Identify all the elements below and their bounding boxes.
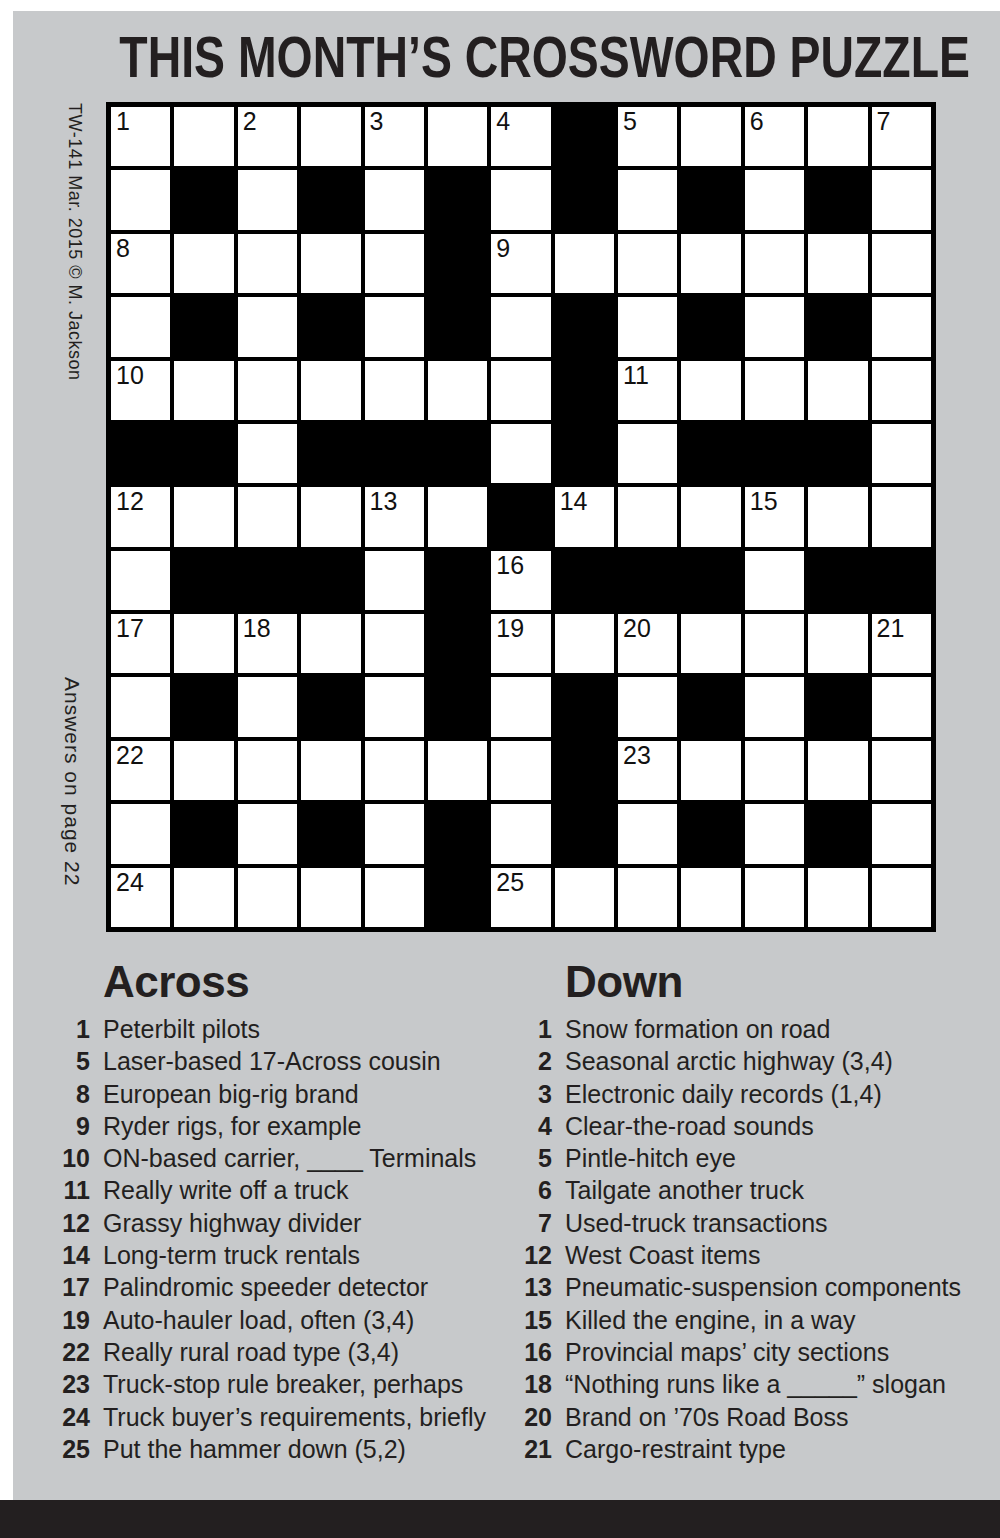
clue-number: 21 [518,1433,552,1465]
grid-cell-r4c4 [301,297,360,356]
cell-number-11: 11 [623,363,649,388]
grid-cell-r12c13[interactable] [872,804,931,863]
clue-number: 3 [518,1078,552,1110]
grid-cell-r8c1[interactable] [111,551,170,610]
clue-number: 7 [518,1207,552,1239]
cell-number-18: 18 [243,616,271,641]
clue-number: 16 [518,1336,552,1368]
grid-cell-r13c1[interactable]: 24 [111,868,170,927]
grid-cell-r3c1[interactable]: 8 [111,234,170,293]
grid-cell-r7c6[interactable] [428,487,487,546]
grid-cell-r5c6[interactable] [428,361,487,420]
grid-cell-r4c2 [174,297,233,356]
grid-cell-r10c2 [174,677,233,736]
clue-text: ON-based carrier, ____ Terminals [103,1142,526,1174]
clue-text: Pintle-hitch eye [565,1142,988,1174]
grid-cell-r1c4[interactable] [301,107,360,166]
grid-cell-r7c10[interactable] [681,487,740,546]
grid-cell-r12c4 [301,804,360,863]
answers-note-vertical: Answers on page 22 [61,677,84,886]
cell-number-23: 23 [623,743,651,768]
clue-across-24: 24Truck buyer’s requirements, briefly [56,1401,526,1433]
clue-number: 5 [518,1142,552,1174]
grid-cell-r7c11[interactable]: 15 [745,487,804,546]
cell-number-20: 20 [623,616,651,641]
cell-number-17: 17 [116,616,144,641]
clue-text: Cargo-restraint type [565,1433,988,1465]
grid-cell-r5c2[interactable] [174,361,233,420]
grid-cell-r13c2[interactable] [174,868,233,927]
clue-number: 13 [518,1271,552,1303]
clue-down-13: 13Pneumatic-suspension components [518,1271,988,1303]
cell-number-15: 15 [750,489,778,514]
clue-number: 12 [56,1207,90,1239]
clue-text: Killed the engine, in a way [565,1304,988,1336]
clue-text: Grassy highway divider [103,1207,526,1239]
grid-cell-r2c11[interactable] [745,170,804,229]
clue-text: Electronic daily records (1,4) [565,1078,988,1110]
grid-cell-r5c7[interactable] [491,361,550,420]
grid-cell-r13c4[interactable] [301,868,360,927]
clue-text: Pneumatic-suspension components [565,1271,988,1303]
grid-cell-r10c7[interactable] [491,677,550,736]
grid-cell-r13c9[interactable] [618,868,677,927]
cell-number-7: 7 [877,109,891,134]
clue-across-10: 10ON-based carrier, ____ Terminals [56,1142,526,1174]
cell-number-12: 12 [116,489,144,514]
grid-cell-r8c6 [428,551,487,610]
grid-cell-r5c10[interactable] [681,361,740,420]
grid-cell-r7c13[interactable] [872,487,931,546]
clue-across-14: 14Long-term truck rentals [56,1239,526,1271]
clue-across-17: 17Palindromic speeder detector [56,1271,526,1303]
grid-cell-r6c11 [745,424,804,483]
grid-cell-r4c1[interactable] [111,297,170,356]
grid-cell-r3c11[interactable] [745,234,804,293]
cell-number-8: 8 [116,236,130,261]
grid-cell-r3c8[interactable] [555,234,614,293]
clue-text: Used-truck transactions [565,1207,988,1239]
clue-number: 23 [56,1368,90,1400]
grid-cell-r2c8 [555,170,614,229]
clue-text: “Nothing runs like a _____” slogan [565,1368,988,1400]
grid-cell-r10c11[interactable] [745,677,804,736]
clue-down-3: 3Electronic daily records (1,4) [518,1078,988,1110]
cell-number-9: 9 [496,236,510,261]
clue-number: 1 [518,1013,552,1045]
clue-down-20: 20Brand on ’70s Road Boss [518,1401,988,1433]
down-clue-list: 1Snow formation on road2Seasonal arctic … [518,1013,988,1465]
clue-text: Clear-the-road sounds [565,1110,988,1142]
grid-cell-r13c11[interactable] [745,868,804,927]
grid-cell-r7c12[interactable] [808,487,867,546]
grid-cell-r9c13[interactable]: 21 [872,614,931,673]
grid-cell-r7c7 [491,487,550,546]
grid-cell-r12c3[interactable] [238,804,297,863]
across-clues-column: Across 1Peterbilt pilots5Laser-based 17-… [56,960,526,1465]
grid-cell-r6c13[interactable] [872,424,931,483]
grid-cell-r5c3[interactable] [238,361,297,420]
grid-cell-r11c3[interactable] [238,741,297,800]
grid-cell-r8c7[interactable]: 16 [491,551,550,610]
clue-number: 20 [518,1401,552,1433]
grid-cell-r9c9[interactable]: 20 [618,614,677,673]
grid-cell-r13c12[interactable] [808,868,867,927]
clue-text: Truck buyer’s requirements, briefly [103,1401,526,1433]
grid-cell-r11c7[interactable] [491,741,550,800]
grid-cell-r13c7[interactable]: 25 [491,868,550,927]
grid-cell-r13c3[interactable] [238,868,297,927]
clue-number: 25 [56,1433,90,1465]
grid-cell-r11c9[interactable]: 23 [618,741,677,800]
grid-cell-r1c13[interactable]: 7 [872,107,931,166]
clue-down-1: 1Snow formation on road [518,1013,988,1045]
grid-cell-r4c6 [428,297,487,356]
grid-cell-r2c13[interactable] [872,170,931,229]
clue-number: 6 [518,1174,552,1206]
grid-cell-r4c13[interactable] [872,297,931,356]
grid-cell-r5c13[interactable] [872,361,931,420]
across-clue-list: 1Peterbilt pilots5Laser-based 17-Across … [56,1013,526,1465]
grid-cell-r11c12[interactable] [808,741,867,800]
grid-cell-r11c5[interactable] [365,741,424,800]
grid-cell-r9c12[interactable] [808,614,867,673]
clue-across-19: 19Auto-hauler load, often (3,4) [56,1304,526,1336]
cell-number-1: 1 [116,109,130,134]
clue-number: 10 [56,1142,90,1174]
grid-cell-r3c9[interactable] [618,234,677,293]
grid-cell-r8c12 [808,551,867,610]
grid-cell-r6c9[interactable] [618,424,677,483]
grid-cell-r6c6 [428,424,487,483]
grid-cell-r4c11[interactable] [745,297,804,356]
grid-cell-r6c2 [174,424,233,483]
cell-number-13: 13 [370,489,398,514]
clue-across-5: 5Laser-based 17-Across cousin [56,1045,526,1077]
grid-cell-r9c7[interactable]: 19 [491,614,550,673]
grid-cell-r6c1 [111,424,170,483]
grid-cell-r11c1[interactable]: 22 [111,741,170,800]
grid-cell-r5c8 [555,361,614,420]
grid-cell-r1c8 [555,107,614,166]
puzzle-panel: THIS MONTH’S CROSSWORD PUZZLE TW-141 Mar… [13,11,1000,1500]
clue-number: 11 [56,1174,90,1206]
grid-cell-r1c11[interactable]: 6 [745,107,804,166]
grid-cell-r7c9[interactable] [618,487,677,546]
grid-cell-r3c12[interactable] [808,234,867,293]
grid-cell-r9c10[interactable] [681,614,740,673]
clue-down-21: 21Cargo-restraint type [518,1433,988,1465]
grid-cell-r11c4[interactable] [301,741,360,800]
clue-text: Palindromic speeder detector [103,1271,526,1303]
clue-across-1: 1Peterbilt pilots [56,1013,526,1045]
clue-down-6: 6Tailgate another truck [518,1174,988,1206]
grid-cell-r5c1[interactable]: 10 [111,361,170,420]
grid-cell-r12c10 [681,804,740,863]
grid-cell-r4c3[interactable] [238,297,297,356]
grid-cell-r2c12 [808,170,867,229]
grid-cell-r11c6[interactable] [428,741,487,800]
grid-cell-r12c9[interactable] [618,804,677,863]
grid-cell-r11c10[interactable] [681,741,740,800]
grid-cell-r1c3[interactable]: 2 [238,107,297,166]
grid-cell-r12c5[interactable] [365,804,424,863]
clue-text: Tailgate another truck [565,1174,988,1206]
grid-cell-r1c9[interactable]: 5 [618,107,677,166]
clue-text: Put the hammer down (5,2) [103,1433,526,1465]
cell-number-2: 2 [243,109,257,134]
grid-cell-r2c9[interactable] [618,170,677,229]
grid-cell-r2c6 [428,170,487,229]
grid-cell-r4c5[interactable] [365,297,424,356]
grid-cell-r1c2[interactable] [174,107,233,166]
clue-text: Brand on ’70s Road Boss [565,1401,988,1433]
clue-down-15: 15Killed the engine, in a way [518,1304,988,1336]
grid-cell-r10c5[interactable] [365,677,424,736]
grid-cell-r10c1[interactable] [111,677,170,736]
cell-number-5: 5 [623,109,637,134]
grid-cell-r2c2 [174,170,233,229]
grid-cell-r6c5 [365,424,424,483]
cell-number-22: 22 [116,743,144,768]
clue-across-22: 22Really rural road type (3,4) [56,1336,526,1368]
grid-cell-r6c8 [555,424,614,483]
clue-across-25: 25Put the hammer down (5,2) [56,1433,526,1465]
grid-cell-r13c5[interactable] [365,868,424,927]
grid-cell-r12c12 [808,804,867,863]
grid-cell-r2c10 [681,170,740,229]
grid-cell-r2c1[interactable] [111,170,170,229]
grid-cell-r2c5[interactable] [365,170,424,229]
grid-cell-r5c4[interactable] [301,361,360,420]
clue-number: 15 [518,1304,552,1336]
grid-cell-r1c5[interactable]: 3 [365,107,424,166]
grid-cell-r5c5[interactable] [365,361,424,420]
clue-down-5: 5Pintle-hitch eye [518,1142,988,1174]
clue-down-18: 18“Nothing runs like a _____” slogan [518,1368,988,1400]
clue-number: 5 [56,1045,90,1077]
grid-cell-r10c4 [301,677,360,736]
cell-number-19: 19 [496,616,524,641]
clue-number: 24 [56,1401,90,1433]
cell-number-4: 4 [496,109,510,134]
grid-cell-r13c8[interactable] [555,868,614,927]
grid-cell-r12c8 [555,804,614,863]
clue-text: Truck-stop rule breaker, perhaps [103,1368,526,1400]
grid-cell-r4c7[interactable] [491,297,550,356]
puzzle-credit-vertical: TW-141 Mar. 2015 © M. Jackson [64,103,84,381]
grid-cell-r7c8[interactable]: 14 [555,487,614,546]
clue-number: 19 [56,1304,90,1336]
grid-cell-r8c9 [618,551,677,610]
clue-across-9: 9Ryder rigs, for example [56,1110,526,1142]
grid-cell-r4c10 [681,297,740,356]
grid-cell-r7c1[interactable]: 12 [111,487,170,546]
grid-cell-r1c6[interactable] [428,107,487,166]
grid-cell-r13c13[interactable] [872,868,931,927]
clue-across-11: 11Really write off a truck [56,1174,526,1206]
grid-cell-r11c11[interactable] [745,741,804,800]
grid-cell-r10c10 [681,677,740,736]
clue-text: West Coast items [565,1239,988,1271]
grid-cell-r1c1[interactable]: 1 [111,107,170,166]
clue-number: 9 [56,1110,90,1142]
grid-cell-r9c1[interactable]: 17 [111,614,170,673]
grid-cell-r9c5[interactable] [365,614,424,673]
grid-cell-r13c6 [428,868,487,927]
clue-text: Long-term truck rentals [103,1239,526,1271]
clue-text: Seasonal arctic highway (3,4) [565,1045,988,1077]
grid-cell-r9c6 [428,614,487,673]
clue-number: 14 [56,1239,90,1271]
grid-cell-r3c10[interactable] [681,234,740,293]
grid-cell-r9c8[interactable] [555,614,614,673]
grid-cell-r8c2 [174,551,233,610]
grid-cell-r10c6 [428,677,487,736]
grid-cell-r7c3[interactable] [238,487,297,546]
grid-cell-r3c6 [428,234,487,293]
cell-number-16: 16 [496,553,524,578]
grid-cell-r11c8 [555,741,614,800]
crossword-grid: 1234567891011121314151617181920212223242… [106,102,936,932]
grid-cell-r9c2[interactable] [174,614,233,673]
cell-number-25: 25 [496,870,524,895]
grid-cell-r3c5[interactable] [365,234,424,293]
grid-cell-r7c2[interactable] [174,487,233,546]
grid-cell-r2c3[interactable] [238,170,297,229]
grid-cell-r5c9[interactable]: 11 [618,361,677,420]
grid-cell-r3c4[interactable] [301,234,360,293]
grid-cell-r6c7[interactable] [491,424,550,483]
clue-across-8: 8European big-rig brand [56,1078,526,1110]
grid-cell-r1c7[interactable]: 4 [491,107,550,166]
clue-number: 17 [56,1271,90,1303]
grid-cell-r12c6 [428,804,487,863]
grid-cell-r8c13 [872,551,931,610]
cell-number-24: 24 [116,870,144,895]
clue-text: Peterbilt pilots [103,1013,526,1045]
cell-number-6: 6 [750,109,764,134]
grid-cell-r12c1[interactable] [111,804,170,863]
grid-cell-r7c5[interactable]: 13 [365,487,424,546]
grid-cell-r8c4 [301,551,360,610]
title-row: THIS MONTH’S CROSSWORD PUZZLE [13,28,1000,86]
grid-cell-r2c4 [301,170,360,229]
grid-cell-r13c10[interactable] [681,868,740,927]
grid-cell-r3c13[interactable] [872,234,931,293]
grid-cell-r5c12[interactable] [808,361,867,420]
grid-cell-r10c8 [555,677,614,736]
clue-number: 8 [56,1078,90,1110]
footer-bar [0,1500,1000,1538]
clue-text: Auto-hauler load, often (3,4) [103,1304,526,1336]
grid-cell-r8c8 [555,551,614,610]
grid-cell-r12c2 [174,804,233,863]
clue-text: Ryder rigs, for example [103,1110,526,1142]
cell-number-21: 21 [877,616,905,641]
grid-cell-r8c10 [681,551,740,610]
grid-cell-r10c13[interactable] [872,677,931,736]
cell-number-14: 14 [560,489,588,514]
grid-cell-r2c7[interactable] [491,170,550,229]
grid-cell-r12c11[interactable] [745,804,804,863]
grid-cell-r3c2[interactable] [174,234,233,293]
grid-cell-r4c9[interactable] [618,297,677,356]
clue-across-12: 12Grassy highway divider [56,1207,526,1239]
clue-text: Snow formation on road [565,1013,988,1045]
clue-number: 22 [56,1336,90,1368]
grid-cell-r3c3[interactable] [238,234,297,293]
grid-cell-r6c3[interactable] [238,424,297,483]
page-title: THIS MONTH’S CROSSWORD PUZZLE [119,28,970,86]
clue-number: 1 [56,1013,90,1045]
clue-text: Provincial maps’ city sections [565,1336,988,1368]
clue-number: 12 [518,1239,552,1271]
clue-text: Laser-based 17-Across cousin [103,1045,526,1077]
grid-cell-r7c4[interactable] [301,487,360,546]
across-heading: Across [103,960,526,1004]
clue-number: 2 [518,1045,552,1077]
clue-text: Really write off a truck [103,1174,526,1206]
grid-cell-r3c7[interactable]: 9 [491,234,550,293]
clue-down-16: 16Provincial maps’ city sections [518,1336,988,1368]
clue-down-7: 7Used-truck transactions [518,1207,988,1239]
clue-number: 18 [518,1368,552,1400]
grid-cell-r10c12 [808,677,867,736]
grid-cell-r11c13[interactable] [872,741,931,800]
grid-cell-r4c8 [555,297,614,356]
grid-cell-r1c10[interactable] [681,107,740,166]
down-heading: Down [565,960,988,1004]
grid-cell-r4c12 [808,297,867,356]
grid-cell-r10c9[interactable] [618,677,677,736]
grid-cell-r9c11[interactable] [745,614,804,673]
clue-across-23: 23Truck-stop rule breaker, perhaps [56,1368,526,1400]
clue-number: 4 [518,1110,552,1142]
grid-cell-r5c11[interactable] [745,361,804,420]
clue-down-4: 4Clear-the-road sounds [518,1110,988,1142]
grid-cell-r6c12 [808,424,867,483]
grid-cell-r6c10 [681,424,740,483]
grid-cell-r1c12[interactable] [808,107,867,166]
grid-cell-r12c7[interactable] [491,804,550,863]
cell-number-10: 10 [116,363,144,388]
clue-text: European big-rig brand [103,1078,526,1110]
clue-text: Really rural road type (3,4) [103,1336,526,1368]
grid-cell-r9c3[interactable]: 18 [238,614,297,673]
grid-cell-r8c11[interactable] [745,551,804,610]
grid-cell-r8c3 [238,551,297,610]
clue-down-12: 12West Coast items [518,1239,988,1271]
cell-number-3: 3 [370,109,384,134]
grid-cell-r11c2[interactable] [174,741,233,800]
grid-cell-r8c5[interactable] [365,551,424,610]
clue-down-2: 2Seasonal arctic highway (3,4) [518,1045,988,1077]
grid-cell-r6c4 [301,424,360,483]
grid-cell-r9c4[interactable] [301,614,360,673]
down-clues-column: Down 1Snow formation on road2Seasonal ar… [518,960,988,1465]
grid-cell-r10c3[interactable] [238,677,297,736]
